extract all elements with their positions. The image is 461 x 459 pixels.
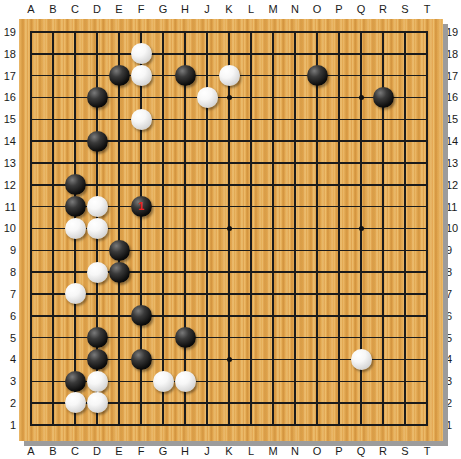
intersection-H13[interactable] — [174, 152, 196, 174]
stone-white-F18[interactable] — [131, 43, 152, 64]
intersection-E3[interactable] — [108, 370, 130, 392]
intersection-T3[interactable] — [416, 370, 438, 392]
intersection-T4[interactable] — [416, 348, 438, 370]
intersection-D9[interactable] — [86, 239, 108, 261]
intersection-E2[interactable] — [108, 392, 130, 414]
intersection-L10[interactable] — [240, 217, 262, 239]
intersection-C12[interactable] — [64, 174, 86, 196]
intersection-Q16[interactable] — [350, 86, 372, 108]
intersection-F10[interactable] — [130, 217, 152, 239]
intersection-M15[interactable] — [262, 108, 284, 130]
intersection-K16[interactable] — [218, 86, 240, 108]
intersection-J18[interactable] — [196, 43, 218, 65]
intersection-E18[interactable] — [108, 43, 130, 65]
intersection-H10[interactable] — [174, 217, 196, 239]
intersection-K10[interactable] — [218, 217, 240, 239]
intersection-P16[interactable] — [328, 86, 350, 108]
intersection-K19[interactable] — [218, 21, 240, 43]
intersection-C11[interactable] — [64, 196, 86, 218]
intersection-G9[interactable] — [152, 239, 174, 261]
intersection-K7[interactable] — [218, 283, 240, 305]
intersection-D16[interactable] — [86, 86, 108, 108]
intersection-F11[interactable]: 1 — [130, 196, 152, 218]
intersection-Q3[interactable] — [350, 370, 372, 392]
intersection-S5[interactable] — [394, 327, 416, 349]
intersection-A1[interactable] — [20, 414, 42, 436]
intersection-P12[interactable] — [328, 174, 350, 196]
intersection-L16[interactable] — [240, 86, 262, 108]
intersection-K6[interactable] — [218, 305, 240, 327]
intersection-R12[interactable] — [372, 174, 394, 196]
intersection-E19[interactable] — [108, 21, 130, 43]
intersection-P17[interactable] — [328, 65, 350, 87]
intersection-K17[interactable] — [218, 65, 240, 87]
intersection-D1[interactable] — [86, 414, 108, 436]
intersection-C16[interactable] — [64, 86, 86, 108]
intersection-H18[interactable] — [174, 43, 196, 65]
intersection-B8[interactable] — [42, 261, 64, 283]
intersection-Q5[interactable] — [350, 327, 372, 349]
intersection-K18[interactable] — [218, 43, 240, 65]
intersection-N7[interactable] — [284, 283, 306, 305]
intersection-P18[interactable] — [328, 43, 350, 65]
intersection-M12[interactable] — [262, 174, 284, 196]
intersection-A5[interactable] — [20, 327, 42, 349]
intersection-J19[interactable] — [196, 21, 218, 43]
intersection-C19[interactable] — [64, 21, 86, 43]
stone-white-C7[interactable] — [65, 283, 86, 304]
intersection-T17[interactable] — [416, 65, 438, 87]
intersection-N5[interactable] — [284, 327, 306, 349]
intersection-H19[interactable] — [174, 21, 196, 43]
intersection-N19[interactable] — [284, 21, 306, 43]
intersection-M1[interactable] — [262, 414, 284, 436]
intersection-F15[interactable] — [130, 108, 152, 130]
intersection-S10[interactable] — [394, 217, 416, 239]
intersection-S4[interactable] — [394, 348, 416, 370]
intersection-N9[interactable] — [284, 239, 306, 261]
intersection-F17[interactable] — [130, 65, 152, 87]
intersection-B3[interactable] — [42, 370, 64, 392]
intersection-O14[interactable] — [306, 130, 328, 152]
intersection-B5[interactable] — [42, 327, 64, 349]
intersection-A18[interactable] — [20, 43, 42, 65]
intersection-R2[interactable] — [372, 392, 394, 414]
intersection-Q19[interactable] — [350, 21, 372, 43]
intersection-F7[interactable] — [130, 283, 152, 305]
intersection-D8[interactable] — [86, 261, 108, 283]
intersection-G7[interactable] — [152, 283, 174, 305]
intersection-T8[interactable] — [416, 261, 438, 283]
intersection-M9[interactable] — [262, 239, 284, 261]
intersection-H9[interactable] — [174, 239, 196, 261]
intersection-T11[interactable] — [416, 196, 438, 218]
intersection-A2[interactable] — [20, 392, 42, 414]
intersection-Q4[interactable] — [350, 348, 372, 370]
intersection-N3[interactable] — [284, 370, 306, 392]
intersection-S7[interactable] — [394, 283, 416, 305]
intersection-C8[interactable] — [64, 261, 86, 283]
intersection-R19[interactable] — [372, 21, 394, 43]
intersection-T7[interactable] — [416, 283, 438, 305]
intersection-T12[interactable] — [416, 174, 438, 196]
stone-black-D5[interactable] — [87, 327, 108, 348]
intersection-R8[interactable] — [372, 261, 394, 283]
intersection-T13[interactable] — [416, 152, 438, 174]
intersection-E16[interactable] — [108, 86, 130, 108]
intersection-M7[interactable] — [262, 283, 284, 305]
intersection-D7[interactable] — [86, 283, 108, 305]
intersection-E12[interactable] — [108, 174, 130, 196]
intersection-K14[interactable] — [218, 130, 240, 152]
intersection-A3[interactable] — [20, 370, 42, 392]
intersection-E10[interactable] — [108, 217, 130, 239]
intersection-G17[interactable] — [152, 65, 174, 87]
intersection-K2[interactable] — [218, 392, 240, 414]
intersection-J10[interactable] — [196, 217, 218, 239]
intersection-B10[interactable] — [42, 217, 64, 239]
intersection-R17[interactable] — [372, 65, 394, 87]
intersection-F1[interactable] — [130, 414, 152, 436]
intersection-N10[interactable] — [284, 217, 306, 239]
intersection-P11[interactable] — [328, 196, 350, 218]
intersection-G18[interactable] — [152, 43, 174, 65]
intersection-J1[interactable] — [196, 414, 218, 436]
intersection-M4[interactable] — [262, 348, 284, 370]
intersection-A7[interactable] — [20, 283, 42, 305]
intersection-O2[interactable] — [306, 392, 328, 414]
intersection-A17[interactable] — [20, 65, 42, 87]
intersection-C10[interactable] — [64, 217, 86, 239]
intersection-M14[interactable] — [262, 130, 284, 152]
stone-black-E8[interactable] — [109, 262, 130, 283]
intersection-G14[interactable] — [152, 130, 174, 152]
intersection-Q7[interactable] — [350, 283, 372, 305]
stone-white-H3[interactable] — [175, 371, 196, 392]
stone-black-H5[interactable] — [175, 327, 196, 348]
intersection-D3[interactable] — [86, 370, 108, 392]
intersection-O4[interactable] — [306, 348, 328, 370]
intersection-F5[interactable] — [130, 327, 152, 349]
intersection-J3[interactable] — [196, 370, 218, 392]
intersection-E7[interactable] — [108, 283, 130, 305]
intersection-D13[interactable] — [86, 152, 108, 174]
intersection-M13[interactable] — [262, 152, 284, 174]
stone-white-D2[interactable] — [87, 392, 108, 413]
intersection-B16[interactable] — [42, 86, 64, 108]
intersection-C6[interactable] — [64, 305, 86, 327]
intersection-L4[interactable] — [240, 348, 262, 370]
intersection-G6[interactable] — [152, 305, 174, 327]
stone-black-O17[interactable] — [307, 65, 328, 86]
intersection-O13[interactable] — [306, 152, 328, 174]
intersection-S17[interactable] — [394, 65, 416, 87]
intersection-G19[interactable] — [152, 21, 174, 43]
intersection-B4[interactable] — [42, 348, 64, 370]
intersection-K4[interactable] — [218, 348, 240, 370]
intersection-N4[interactable] — [284, 348, 306, 370]
intersection-F13[interactable] — [130, 152, 152, 174]
intersection-G5[interactable] — [152, 327, 174, 349]
intersection-K15[interactable] — [218, 108, 240, 130]
intersection-S3[interactable] — [394, 370, 416, 392]
intersection-G1[interactable] — [152, 414, 174, 436]
stone-black-F11[interactable]: 1 — [131, 196, 152, 217]
intersection-Q11[interactable] — [350, 196, 372, 218]
intersection-M11[interactable] — [262, 196, 284, 218]
intersection-G11[interactable] — [152, 196, 174, 218]
intersection-E13[interactable] — [108, 152, 130, 174]
intersection-Q15[interactable] — [350, 108, 372, 130]
intersection-R15[interactable] — [372, 108, 394, 130]
intersection-D2[interactable] — [86, 392, 108, 414]
intersection-L8[interactable] — [240, 261, 262, 283]
intersection-B13[interactable] — [42, 152, 64, 174]
intersection-C3[interactable] — [64, 370, 86, 392]
stone-black-F4[interactable] — [131, 349, 152, 370]
intersection-H3[interactable] — [174, 370, 196, 392]
intersection-R3[interactable] — [372, 370, 394, 392]
stone-black-E17[interactable] — [109, 65, 130, 86]
intersection-L15[interactable] — [240, 108, 262, 130]
intersection-F9[interactable] — [130, 239, 152, 261]
intersection-O3[interactable] — [306, 370, 328, 392]
intersection-L17[interactable] — [240, 65, 262, 87]
intersection-Q6[interactable] — [350, 305, 372, 327]
intersection-A14[interactable] — [20, 130, 42, 152]
intersection-H11[interactable] — [174, 196, 196, 218]
intersection-P1[interactable] — [328, 414, 350, 436]
intersection-N18[interactable] — [284, 43, 306, 65]
intersection-L3[interactable] — [240, 370, 262, 392]
intersection-Q10[interactable] — [350, 217, 372, 239]
intersection-J8[interactable] — [196, 261, 218, 283]
intersection-H15[interactable] — [174, 108, 196, 130]
intersection-A15[interactable] — [20, 108, 42, 130]
intersection-L13[interactable] — [240, 152, 262, 174]
intersection-O1[interactable] — [306, 414, 328, 436]
intersection-R1[interactable] — [372, 414, 394, 436]
intersection-L12[interactable] — [240, 174, 262, 196]
intersection-P4[interactable] — [328, 348, 350, 370]
intersection-F16[interactable] — [130, 86, 152, 108]
intersection-F4[interactable] — [130, 348, 152, 370]
intersection-T2[interactable] — [416, 392, 438, 414]
intersection-J6[interactable] — [196, 305, 218, 327]
intersection-S11[interactable] — [394, 196, 416, 218]
intersection-A8[interactable] — [20, 261, 42, 283]
intersection-S8[interactable] — [394, 261, 416, 283]
intersection-O5[interactable] — [306, 327, 328, 349]
intersection-O10[interactable] — [306, 217, 328, 239]
intersection-F14[interactable] — [130, 130, 152, 152]
intersection-P6[interactable] — [328, 305, 350, 327]
intersection-K9[interactable] — [218, 239, 240, 261]
intersection-G2[interactable] — [152, 392, 174, 414]
intersection-H7[interactable] — [174, 283, 196, 305]
intersection-R14[interactable] — [372, 130, 394, 152]
intersection-P5[interactable] — [328, 327, 350, 349]
stone-white-F17[interactable] — [131, 65, 152, 86]
stone-black-D4[interactable] — [87, 349, 108, 370]
intersection-R4[interactable] — [372, 348, 394, 370]
intersection-P3[interactable] — [328, 370, 350, 392]
intersection-R6[interactable] — [372, 305, 394, 327]
intersection-M16[interactable] — [262, 86, 284, 108]
intersection-T19[interactable] — [416, 21, 438, 43]
intersection-C4[interactable] — [64, 348, 86, 370]
intersection-P13[interactable] — [328, 152, 350, 174]
intersection-S15[interactable] — [394, 108, 416, 130]
intersection-R13[interactable] — [372, 152, 394, 174]
intersection-O19[interactable] — [306, 21, 328, 43]
stone-black-D16[interactable] — [87, 87, 108, 108]
intersection-E1[interactable] — [108, 414, 130, 436]
stone-black-E9[interactable] — [109, 240, 130, 261]
intersection-P7[interactable] — [328, 283, 350, 305]
stone-white-K17[interactable] — [219, 65, 240, 86]
intersection-A16[interactable] — [20, 86, 42, 108]
intersection-J11[interactable] — [196, 196, 218, 218]
intersection-J12[interactable] — [196, 174, 218, 196]
intersection-N8[interactable] — [284, 261, 306, 283]
intersection-B15[interactable] — [42, 108, 64, 130]
intersection-D10[interactable] — [86, 217, 108, 239]
intersection-D12[interactable] — [86, 174, 108, 196]
intersection-K11[interactable] — [218, 196, 240, 218]
intersection-L11[interactable] — [240, 196, 262, 218]
intersection-Q2[interactable] — [350, 392, 372, 414]
intersection-C9[interactable] — [64, 239, 86, 261]
intersection-N15[interactable] — [284, 108, 306, 130]
intersection-A10[interactable] — [20, 217, 42, 239]
intersection-Q14[interactable] — [350, 130, 372, 152]
intersection-A13[interactable] — [20, 152, 42, 174]
intersection-S19[interactable] — [394, 21, 416, 43]
intersection-D17[interactable] — [86, 65, 108, 87]
stone-white-D11[interactable] — [87, 196, 108, 217]
intersection-N1[interactable] — [284, 414, 306, 436]
intersection-S9[interactable] — [394, 239, 416, 261]
intersection-D4[interactable] — [86, 348, 108, 370]
intersection-R7[interactable] — [372, 283, 394, 305]
intersection-G15[interactable] — [152, 108, 174, 130]
intersection-A11[interactable] — [20, 196, 42, 218]
intersection-G13[interactable] — [152, 152, 174, 174]
stone-white-C10[interactable] — [65, 218, 86, 239]
intersection-R10[interactable] — [372, 217, 394, 239]
intersection-C18[interactable] — [64, 43, 86, 65]
intersection-H1[interactable] — [174, 414, 196, 436]
intersection-P19[interactable] — [328, 21, 350, 43]
intersection-H4[interactable] — [174, 348, 196, 370]
intersection-L14[interactable] — [240, 130, 262, 152]
intersection-E5[interactable] — [108, 327, 130, 349]
intersection-D18[interactable] — [86, 43, 108, 65]
intersection-L2[interactable] — [240, 392, 262, 414]
intersection-N6[interactable] — [284, 305, 306, 327]
intersection-G10[interactable] — [152, 217, 174, 239]
intersection-E11[interactable] — [108, 196, 130, 218]
intersection-N11[interactable] — [284, 196, 306, 218]
intersection-J17[interactable] — [196, 65, 218, 87]
intersection-N2[interactable] — [284, 392, 306, 414]
intersection-F2[interactable] — [130, 392, 152, 414]
stone-white-D10[interactable] — [87, 218, 108, 239]
intersection-E6[interactable] — [108, 305, 130, 327]
intersection-F18[interactable] — [130, 43, 152, 65]
intersection-L5[interactable] — [240, 327, 262, 349]
intersection-M6[interactable] — [262, 305, 284, 327]
intersection-N14[interactable] — [284, 130, 306, 152]
intersection-P9[interactable] — [328, 239, 350, 261]
intersection-F19[interactable] — [130, 21, 152, 43]
intersection-E14[interactable] — [108, 130, 130, 152]
intersection-R16[interactable] — [372, 86, 394, 108]
intersection-L1[interactable] — [240, 414, 262, 436]
stone-black-D14[interactable] — [87, 131, 108, 152]
intersection-D6[interactable] — [86, 305, 108, 327]
intersection-T9[interactable] — [416, 239, 438, 261]
intersection-Q18[interactable] — [350, 43, 372, 65]
intersection-S2[interactable] — [394, 392, 416, 414]
intersection-O18[interactable] — [306, 43, 328, 65]
intersection-J4[interactable] — [196, 348, 218, 370]
intersection-H14[interactable] — [174, 130, 196, 152]
intersection-T6[interactable] — [416, 305, 438, 327]
intersection-A4[interactable] — [20, 348, 42, 370]
intersection-O8[interactable] — [306, 261, 328, 283]
intersection-Q12[interactable] — [350, 174, 372, 196]
intersection-F8[interactable] — [130, 261, 152, 283]
intersection-B9[interactable] — [42, 239, 64, 261]
intersection-R11[interactable] — [372, 196, 394, 218]
stone-black-H17[interactable] — [175, 65, 196, 86]
intersection-M5[interactable] — [262, 327, 284, 349]
intersection-D11[interactable] — [86, 196, 108, 218]
intersection-T14[interactable] — [416, 130, 438, 152]
intersection-A9[interactable] — [20, 239, 42, 261]
intersection-N17[interactable] — [284, 65, 306, 87]
stone-white-G3[interactable] — [153, 371, 174, 392]
stone-black-C11[interactable] — [65, 196, 86, 217]
intersection-T18[interactable] — [416, 43, 438, 65]
intersection-C2[interactable] — [64, 392, 86, 414]
intersection-B1[interactable] — [42, 414, 64, 436]
intersection-P15[interactable] — [328, 108, 350, 130]
intersection-E15[interactable] — [108, 108, 130, 130]
intersection-C15[interactable] — [64, 108, 86, 130]
intersection-C17[interactable] — [64, 65, 86, 87]
intersection-B6[interactable] — [42, 305, 64, 327]
intersection-T1[interactable] — [416, 414, 438, 436]
intersection-K8[interactable] — [218, 261, 240, 283]
intersection-T10[interactable] — [416, 217, 438, 239]
intersection-O7[interactable] — [306, 283, 328, 305]
intersection-A12[interactable] — [20, 174, 42, 196]
intersection-N12[interactable] — [284, 174, 306, 196]
intersection-K12[interactable] — [218, 174, 240, 196]
stone-white-C2[interactable] — [65, 392, 86, 413]
intersection-N16[interactable] — [284, 86, 306, 108]
intersection-K5[interactable] — [218, 327, 240, 349]
intersection-P8[interactable] — [328, 261, 350, 283]
intersection-A6[interactable] — [20, 305, 42, 327]
intersection-S16[interactable] — [394, 86, 416, 108]
intersection-C5[interactable] — [64, 327, 86, 349]
intersection-H17[interactable] — [174, 65, 196, 87]
intersection-S14[interactable] — [394, 130, 416, 152]
